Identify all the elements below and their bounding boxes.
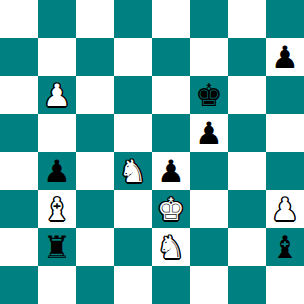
black-rook[interactable]: ♜ xyxy=(43,228,71,266)
square-f6[interactable]: ♚ xyxy=(190,76,228,114)
square-e8[interactable] xyxy=(152,0,190,38)
square-g6[interactable] xyxy=(228,76,266,114)
square-d6[interactable] xyxy=(114,76,152,114)
square-h4[interactable] xyxy=(266,152,304,190)
square-d3[interactable] xyxy=(114,190,152,228)
square-f2[interactable] xyxy=(190,228,228,266)
square-d4[interactable]: ♞ xyxy=(114,152,152,190)
square-h1[interactable] xyxy=(266,266,304,304)
square-c4[interactable] xyxy=(76,152,114,190)
square-e4[interactable]: ♟ xyxy=(152,152,190,190)
square-d7[interactable] xyxy=(114,38,152,76)
white-bishop[interactable]: ♝ xyxy=(43,190,71,228)
square-h6[interactable] xyxy=(266,76,304,114)
square-b7[interactable] xyxy=(38,38,76,76)
square-b2[interactable]: ♜ xyxy=(38,228,76,266)
square-g2[interactable] xyxy=(228,228,266,266)
square-a6[interactable] xyxy=(0,76,38,114)
square-f4[interactable] xyxy=(190,152,228,190)
square-a2[interactable] xyxy=(0,228,38,266)
black-pawn[interactable]: ♟ xyxy=(271,38,299,76)
square-c1[interactable] xyxy=(76,266,114,304)
square-h3[interactable]: ♟ xyxy=(266,190,304,228)
square-b3[interactable]: ♝ xyxy=(38,190,76,228)
square-g8[interactable] xyxy=(228,0,266,38)
square-a4[interactable] xyxy=(0,152,38,190)
black-king[interactable]: ♚ xyxy=(195,76,223,114)
square-c3[interactable] xyxy=(76,190,114,228)
square-c5[interactable] xyxy=(76,114,114,152)
square-b1[interactable] xyxy=(38,266,76,304)
square-g1[interactable] xyxy=(228,266,266,304)
square-f7[interactable] xyxy=(190,38,228,76)
square-c2[interactable] xyxy=(76,228,114,266)
square-h5[interactable] xyxy=(266,114,304,152)
square-g4[interactable] xyxy=(228,152,266,190)
square-a8[interactable] xyxy=(0,0,38,38)
square-d1[interactable] xyxy=(114,266,152,304)
white-pawn[interactable]: ♟ xyxy=(271,190,299,228)
square-h8[interactable] xyxy=(266,0,304,38)
square-e7[interactable] xyxy=(152,38,190,76)
square-e6[interactable] xyxy=(152,76,190,114)
square-f5[interactable]: ♟ xyxy=(190,114,228,152)
square-a3[interactable] xyxy=(0,190,38,228)
square-g7[interactable] xyxy=(228,38,266,76)
white-king[interactable]: ♚ xyxy=(157,190,185,228)
square-e5[interactable] xyxy=(152,114,190,152)
square-h7[interactable]: ♟ xyxy=(266,38,304,76)
square-a7[interactable] xyxy=(0,38,38,76)
square-b6[interactable]: ♟ xyxy=(38,76,76,114)
white-knight[interactable]: ♞ xyxy=(119,152,147,190)
square-d5[interactable] xyxy=(114,114,152,152)
square-c6[interactable] xyxy=(76,76,114,114)
white-pawn[interactable]: ♟ xyxy=(43,76,71,114)
square-a5[interactable] xyxy=(0,114,38,152)
square-f8[interactable] xyxy=(190,0,228,38)
square-f1[interactable] xyxy=(190,266,228,304)
square-h2[interactable]: ♝ xyxy=(266,228,304,266)
square-g3[interactable] xyxy=(228,190,266,228)
square-b5[interactable] xyxy=(38,114,76,152)
black-pawn[interactable]: ♟ xyxy=(157,152,185,190)
square-d8[interactable] xyxy=(114,0,152,38)
square-c7[interactable] xyxy=(76,38,114,76)
square-b4[interactable]: ♟ xyxy=(38,152,76,190)
black-bishop[interactable]: ♝ xyxy=(271,228,299,266)
square-c8[interactable] xyxy=(76,0,114,38)
square-d2[interactable] xyxy=(114,228,152,266)
square-e1[interactable] xyxy=(152,266,190,304)
square-b8[interactable] xyxy=(38,0,76,38)
square-e3[interactable]: ♚ xyxy=(152,190,190,228)
square-e2[interactable]: ♞ xyxy=(152,228,190,266)
black-pawn[interactable]: ♟ xyxy=(195,114,223,152)
square-a1[interactable] xyxy=(0,266,38,304)
square-f3[interactable] xyxy=(190,190,228,228)
chess-board: ♟♟♚♟♟♞♟♝♚♟♜♞♝ xyxy=(0,0,304,304)
square-g5[interactable] xyxy=(228,114,266,152)
black-pawn[interactable]: ♟ xyxy=(43,152,71,190)
white-knight[interactable]: ♞ xyxy=(157,228,185,266)
